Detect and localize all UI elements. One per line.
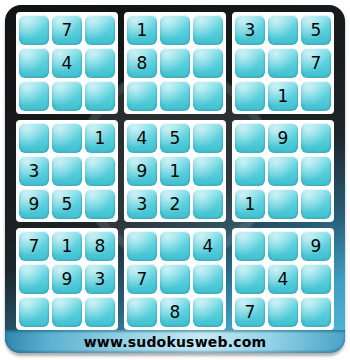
cell-r9c9[interactable] <box>301 297 331 327</box>
cell-r7c6[interactable]: 4 <box>193 231 223 261</box>
cell-r3c3[interactable] <box>85 81 115 111</box>
cell-r1c6[interactable] <box>193 15 223 45</box>
cell-r6c4[interactable]: 3 <box>127 189 157 219</box>
cell-r3c8[interactable]: 1 <box>268 81 298 111</box>
cell-r2c4[interactable]: 8 <box>127 48 157 78</box>
cell-r9c8[interactable] <box>268 297 298 327</box>
cell-r4c1[interactable] <box>19 123 49 153</box>
cell-r3c6[interactable] <box>193 81 223 111</box>
cell-r9c6[interactable] <box>193 297 223 327</box>
cell-r6c2[interactable]: 5 <box>52 189 82 219</box>
cell-r6c7[interactable]: 1 <box>235 189 265 219</box>
cell-r1c5[interactable] <box>160 15 190 45</box>
cell-r3c7[interactable] <box>235 81 265 111</box>
cell-r7c3[interactable]: 8 <box>85 231 115 261</box>
cell-r2c7[interactable] <box>235 48 265 78</box>
cell-r2c9[interactable]: 7 <box>301 48 331 78</box>
cell-r3c9[interactable] <box>301 81 331 111</box>
cell-r4c9[interactable] <box>301 123 331 153</box>
cell-r1c3[interactable] <box>85 15 115 45</box>
sudoku-board: 7418357113954591329171893478947 <box>5 5 345 330</box>
cell-r7c8[interactable] <box>268 231 298 261</box>
cell-r8c9[interactable] <box>301 264 331 294</box>
cell-r8c6[interactable] <box>193 264 223 294</box>
cell-r8c1[interactable] <box>19 264 49 294</box>
cell-r1c7[interactable]: 3 <box>235 15 265 45</box>
block-r1c2: 18 <box>124 12 226 114</box>
cell-r5c4[interactable]: 9 <box>127 156 157 186</box>
cell-r7c9[interactable]: 9 <box>301 231 331 261</box>
cell-r6c5[interactable]: 2 <box>160 189 190 219</box>
cell-r2c3[interactable] <box>85 48 115 78</box>
board-frame: 7418357113954591329171893478947 www.sudo… <box>5 5 345 353</box>
cell-r1c9[interactable]: 5 <box>301 15 331 45</box>
cell-r8c4[interactable]: 7 <box>127 264 157 294</box>
cell-r7c2[interactable]: 1 <box>52 231 82 261</box>
cell-r5c7[interactable] <box>235 156 265 186</box>
cell-r9c4[interactable] <box>127 297 157 327</box>
cell-r5c1[interactable]: 3 <box>19 156 49 186</box>
cell-r8c3[interactable]: 3 <box>85 264 115 294</box>
cell-r3c5[interactable] <box>160 81 190 111</box>
cell-r5c6[interactable] <box>193 156 223 186</box>
cell-r3c4[interactable] <box>127 81 157 111</box>
cell-r8c2[interactable]: 9 <box>52 264 82 294</box>
block-r1c1: 74 <box>16 12 118 114</box>
cell-r5c8[interactable] <box>268 156 298 186</box>
cell-r6c3[interactable] <box>85 189 115 219</box>
cell-r1c1[interactable] <box>19 15 49 45</box>
cell-r1c4[interactable]: 1 <box>127 15 157 45</box>
cell-r9c1[interactable] <box>19 297 49 327</box>
cell-r2c5[interactable] <box>160 48 190 78</box>
cell-r9c3[interactable] <box>85 297 115 327</box>
cell-r4c5[interactable]: 5 <box>160 123 190 153</box>
cell-r1c2[interactable]: 7 <box>52 15 82 45</box>
cell-r6c1[interactable]: 9 <box>19 189 49 219</box>
cell-r3c2[interactable] <box>52 81 82 111</box>
cell-r8c5[interactable] <box>160 264 190 294</box>
block-r2c2: 459132 <box>124 120 226 222</box>
cell-r4c3[interactable]: 1 <box>85 123 115 153</box>
cell-r3c1[interactable] <box>19 81 49 111</box>
block-r3c2: 478 <box>124 228 226 330</box>
cell-r2c8[interactable] <box>268 48 298 78</box>
cell-r7c5[interactable] <box>160 231 190 261</box>
cell-r7c1[interactable]: 7 <box>19 231 49 261</box>
footer-band: www.sudokusweb.com <box>5 330 345 353</box>
cell-r6c6[interactable] <box>193 189 223 219</box>
cell-r6c8[interactable] <box>268 189 298 219</box>
cell-r5c5[interactable]: 1 <box>160 156 190 186</box>
cell-r8c8[interactable]: 4 <box>268 264 298 294</box>
cell-r4c8[interactable]: 9 <box>268 123 298 153</box>
cell-r4c2[interactable] <box>52 123 82 153</box>
block-r3c1: 71893 <box>16 228 118 330</box>
cell-r4c6[interactable] <box>193 123 223 153</box>
block-r1c3: 3571 <box>232 12 334 114</box>
block-r2c3: 91 <box>232 120 334 222</box>
cell-r4c4[interactable]: 4 <box>127 123 157 153</box>
cell-r5c2[interactable] <box>52 156 82 186</box>
block-r2c1: 1395 <box>16 120 118 222</box>
block-r3c3: 947 <box>232 228 334 330</box>
sudoku-page: 7418357113954591329171893478947 www.sudo… <box>0 0 350 360</box>
cell-r6c9[interactable] <box>301 189 331 219</box>
cell-r5c3[interactable] <box>85 156 115 186</box>
cell-r5c9[interactable] <box>301 156 331 186</box>
cell-r9c2[interactable] <box>52 297 82 327</box>
cell-r7c4[interactable] <box>127 231 157 261</box>
cell-r9c5[interactable]: 8 <box>160 297 190 327</box>
cell-r2c1[interactable] <box>19 48 49 78</box>
cell-r2c6[interactable] <box>193 48 223 78</box>
cell-r2c2[interactable]: 4 <box>52 48 82 78</box>
cell-r7c7[interactable] <box>235 231 265 261</box>
cell-r1c8[interactable] <box>268 15 298 45</box>
cell-r8c7[interactable] <box>235 264 265 294</box>
cell-r4c7[interactable] <box>235 123 265 153</box>
site-url-text: www.sudokusweb.com <box>84 334 267 350</box>
cell-r9c7[interactable]: 7 <box>235 297 265 327</box>
